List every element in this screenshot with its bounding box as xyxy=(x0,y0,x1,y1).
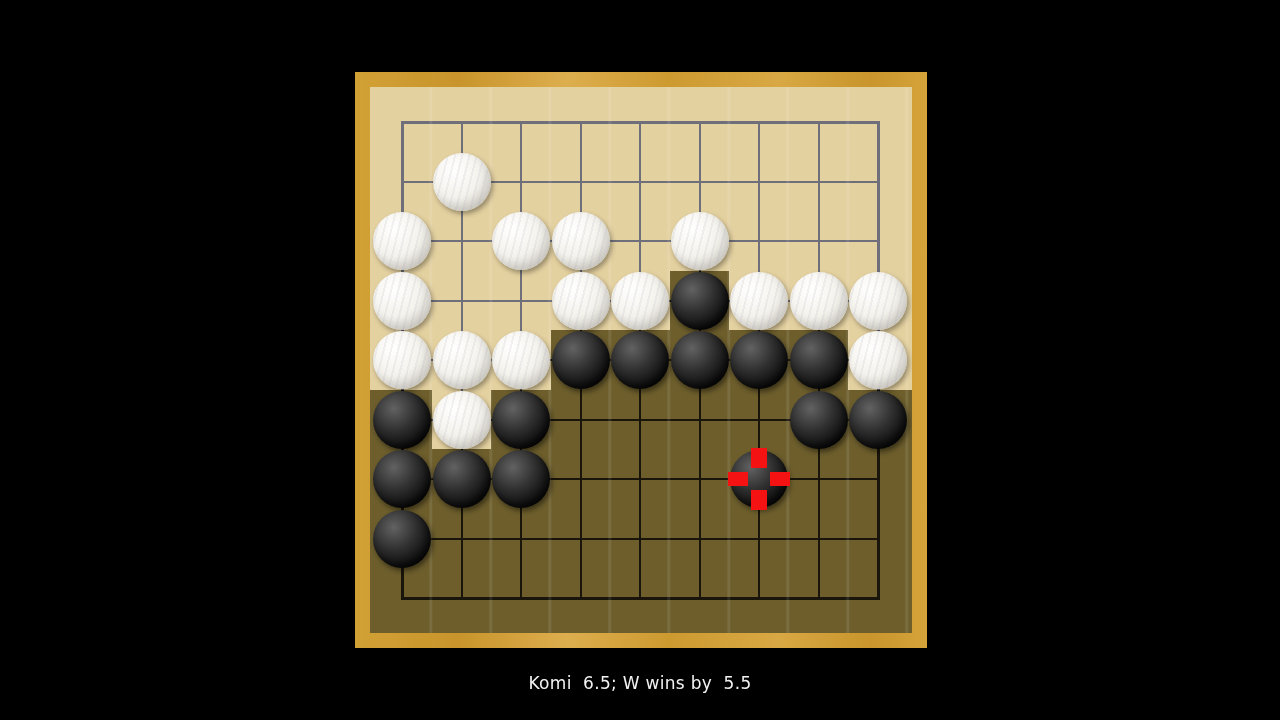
board-point[interactable] xyxy=(670,568,730,633)
grid-line-vertical xyxy=(401,152,404,212)
board-point[interactable] xyxy=(432,271,492,331)
stone-white[interactable] xyxy=(552,212,610,270)
stone-white[interactable] xyxy=(433,331,491,389)
grid-line-vertical xyxy=(818,449,820,509)
stone-white[interactable] xyxy=(373,331,431,389)
grid-line-horizontal xyxy=(848,121,879,124)
board-point[interactable] xyxy=(432,87,492,152)
board-play-area xyxy=(370,87,912,633)
stone-white[interactable] xyxy=(671,212,729,270)
grid-line-vertical xyxy=(639,152,641,212)
grid-line-vertical xyxy=(877,509,880,569)
grid-line-vertical xyxy=(520,121,522,152)
stone-black[interactable] xyxy=(790,391,848,449)
board-point[interactable] xyxy=(789,449,849,509)
grid-line-vertical xyxy=(818,121,820,152)
board-point[interactable] xyxy=(551,87,611,152)
grid-line-vertical xyxy=(520,271,522,331)
stone-black[interactable] xyxy=(552,331,610,389)
stone-white[interactable] xyxy=(373,272,431,330)
board-point[interactable] xyxy=(491,87,551,152)
grid-line-vertical xyxy=(877,449,880,509)
board-point[interactable] xyxy=(551,152,611,212)
board-point[interactable] xyxy=(432,509,492,569)
grid-line-vertical xyxy=(758,152,760,212)
board-point[interactable] xyxy=(610,211,670,271)
grid-line-vertical xyxy=(758,509,760,569)
board-point[interactable] xyxy=(789,152,849,212)
board-point[interactable] xyxy=(551,390,611,450)
stone-black[interactable] xyxy=(433,450,491,508)
board-point[interactable] xyxy=(789,211,849,271)
stone-black[interactable] xyxy=(790,331,848,389)
stone-white[interactable] xyxy=(611,272,669,330)
board-point[interactable] xyxy=(610,568,670,633)
grid-line-vertical xyxy=(699,509,701,569)
grid-line-vertical xyxy=(818,568,820,599)
stone-white[interactable] xyxy=(433,153,491,211)
board-point[interactable] xyxy=(729,87,789,152)
board-point[interactable] xyxy=(848,211,912,271)
stone-white[interactable] xyxy=(730,272,788,330)
board-point[interactable] xyxy=(789,87,849,152)
grid-line-vertical xyxy=(818,211,820,271)
grid-line-vertical xyxy=(461,568,463,599)
stone-white[interactable] xyxy=(373,212,431,270)
board-point[interactable] xyxy=(610,509,670,569)
stone-black[interactable] xyxy=(611,331,669,389)
grid-line-vertical xyxy=(580,509,582,569)
stone-white[interactable] xyxy=(849,272,907,330)
board-point[interactable] xyxy=(610,87,670,152)
grid-line-vertical xyxy=(639,509,641,569)
grid-line-vertical xyxy=(639,211,641,271)
board-point[interactable] xyxy=(670,87,730,152)
board-point[interactable] xyxy=(370,87,432,152)
grid-line-vertical xyxy=(461,271,463,331)
grid-line-vertical xyxy=(520,509,522,569)
board-point[interactable] xyxy=(551,568,611,633)
board-point[interactable] xyxy=(491,271,551,331)
board-point[interactable] xyxy=(729,390,789,450)
board-point[interactable] xyxy=(491,152,551,212)
board-point[interactable] xyxy=(848,509,912,569)
grid-line-horizontal xyxy=(401,121,432,124)
grid-line-vertical xyxy=(580,152,582,212)
grid-line-vertical xyxy=(401,121,404,152)
grid-line-vertical xyxy=(520,568,522,599)
board-point[interactable] xyxy=(491,509,551,569)
grid-line-vertical xyxy=(877,568,880,599)
stone-black[interactable] xyxy=(671,331,729,389)
grid-line-vertical xyxy=(639,390,641,450)
grid-line-vertical xyxy=(699,449,701,509)
grid-line-vertical xyxy=(877,152,880,212)
board-point[interactable] xyxy=(370,568,432,633)
grid-line-horizontal xyxy=(848,538,879,540)
grid-line-vertical xyxy=(461,211,463,271)
stone-white[interactable] xyxy=(790,272,848,330)
red-cross-marker-bar xyxy=(770,472,790,486)
grid-line-vertical xyxy=(818,152,820,212)
board-point[interactable] xyxy=(848,449,912,509)
stone-black[interactable] xyxy=(492,391,550,449)
stone-white[interactable] xyxy=(849,331,907,389)
board-point[interactable] xyxy=(610,449,670,509)
grid-line-vertical xyxy=(580,390,582,450)
grid-line-horizontal xyxy=(401,181,432,183)
stone-white[interactable] xyxy=(552,272,610,330)
grid-line-vertical xyxy=(699,390,701,450)
grid-line-vertical xyxy=(580,121,582,152)
board-point[interactable] xyxy=(610,152,670,212)
grid-line-vertical xyxy=(580,568,582,599)
grid-line-vertical xyxy=(758,211,760,271)
page: Komi 6.5; W wins by 5.5 xyxy=(0,0,1280,720)
grid-line-horizontal xyxy=(848,597,879,600)
board-point[interactable] xyxy=(848,87,912,152)
grid-line-vertical xyxy=(758,568,760,599)
board-point[interactable] xyxy=(729,152,789,212)
grid-line-horizontal xyxy=(401,597,432,600)
grid-line-vertical xyxy=(639,449,641,509)
board-point[interactable] xyxy=(432,211,492,271)
board-point[interactable] xyxy=(670,449,730,509)
last-move-marker xyxy=(730,450,788,508)
board-point[interactable] xyxy=(551,509,611,569)
board-point[interactable] xyxy=(491,568,551,633)
grid-line-vertical xyxy=(877,121,880,152)
grid-line-vertical xyxy=(580,449,582,509)
grid-line-vertical xyxy=(699,568,701,599)
grid-line-vertical xyxy=(758,390,760,450)
board-point[interactable] xyxy=(789,509,849,569)
board-point[interactable] xyxy=(789,568,849,633)
stone-white[interactable] xyxy=(492,331,550,389)
grid-line-vertical xyxy=(639,568,641,599)
board-point[interactable] xyxy=(551,449,611,509)
red-cross-marker-bar xyxy=(751,490,767,510)
grid-line-horizontal xyxy=(848,478,879,480)
grid-line-vertical xyxy=(461,121,463,152)
red-cross-marker-bar xyxy=(728,472,748,486)
board-point[interactable] xyxy=(848,152,912,212)
stone-black[interactable] xyxy=(373,450,431,508)
stone-black[interactable] xyxy=(849,391,907,449)
board-point[interactable] xyxy=(670,509,730,569)
board-point[interactable] xyxy=(670,152,730,212)
grid-line-vertical xyxy=(877,211,880,271)
red-cross-marker-bar xyxy=(751,448,767,468)
board-point[interactable] xyxy=(432,568,492,633)
grid-line-vertical xyxy=(699,152,701,212)
grid-line-vertical xyxy=(818,509,820,569)
grid-line-vertical xyxy=(699,121,701,152)
grid-line-vertical xyxy=(401,568,404,599)
grid-line-horizontal xyxy=(848,181,879,183)
board-point[interactable] xyxy=(729,509,789,569)
stone-white[interactable] xyxy=(433,391,491,449)
board-point[interactable] xyxy=(370,152,432,212)
stone-black[interactable] xyxy=(373,391,431,449)
result-caption: Komi 6.5; W wins by 5.5 xyxy=(0,670,1280,696)
board-point[interactable] xyxy=(610,390,670,450)
go-board xyxy=(355,72,927,648)
stone-black[interactable] xyxy=(730,331,788,389)
grid-line-vertical xyxy=(461,509,463,569)
board-point[interactable] xyxy=(848,568,912,633)
grid-line-vertical xyxy=(520,152,522,212)
grid-line-horizontal xyxy=(848,240,879,242)
board-point[interactable] xyxy=(729,211,789,271)
stone-black[interactable] xyxy=(671,272,729,330)
stone-black[interactable] xyxy=(492,450,550,508)
stone-black[interactable] xyxy=(373,510,431,568)
grid-line-vertical xyxy=(639,121,641,152)
board-point[interactable] xyxy=(729,568,789,633)
grid-line-vertical xyxy=(758,121,760,152)
board-point[interactable] xyxy=(670,390,730,450)
stone-white[interactable] xyxy=(492,212,550,270)
